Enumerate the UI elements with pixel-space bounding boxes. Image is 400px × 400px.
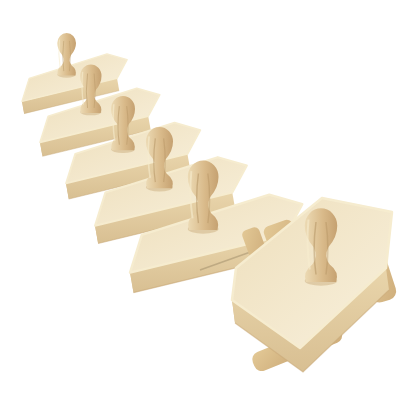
wooden-stamp-set-photo	[0, 0, 400, 400]
photo-canvas	[0, 0, 400, 400]
